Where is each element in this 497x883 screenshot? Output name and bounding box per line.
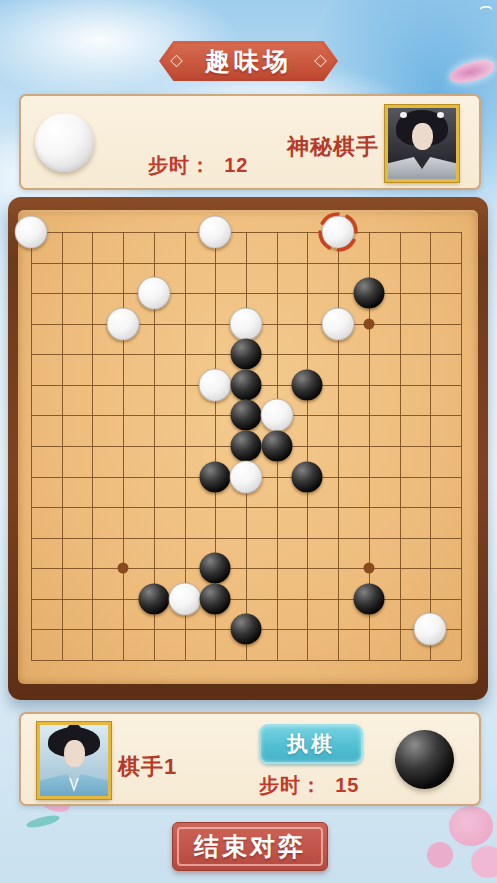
white-stone [260, 399, 293, 432]
grid-line [338, 232, 339, 660]
grid-line [430, 232, 431, 660]
white-stone [199, 368, 232, 401]
black-stone [138, 583, 169, 614]
black-stone [200, 461, 231, 492]
white-stone [230, 307, 263, 340]
black-stone [353, 583, 384, 614]
avatar-face [412, 123, 433, 150]
game-board[interactable] [18, 210, 478, 684]
player-panel: 棋手1 执棋 步时： 15 [19, 712, 481, 806]
player-move-time: 步时： 15 [259, 772, 359, 799]
black-stone [292, 461, 323, 492]
opponent-avatar [385, 105, 459, 182]
hair-ornament-icon [437, 112, 444, 118]
white-stone [199, 216, 232, 249]
grid-line [307, 232, 308, 660]
white-stone [137, 277, 170, 310]
white-stone [15, 216, 48, 249]
grid-line [31, 568, 461, 569]
page-title: 趣味场 [205, 45, 292, 78]
turn-badge-label: 执棋 [287, 730, 335, 758]
white-stone [168, 582, 201, 615]
avatar-face [64, 740, 85, 767]
star-point [363, 563, 374, 574]
grid-line [31, 660, 461, 661]
black-stone [261, 431, 292, 462]
opponent-move-time: 步时： 12 [148, 152, 248, 179]
end-game-button[interactable]: 结束对弈 [172, 822, 328, 871]
grid-line [31, 538, 461, 539]
grid-line [461, 232, 462, 660]
player-avatar [37, 722, 111, 799]
grid-line [31, 599, 461, 600]
black-stone [231, 400, 262, 431]
page-title-banner: 趣味场 [159, 41, 338, 81]
black-stone-icon [395, 730, 454, 789]
black-stone [231, 431, 262, 462]
move-time-value: 12 [224, 154, 248, 176]
grid-line [400, 232, 401, 660]
white-stone [107, 307, 140, 340]
end-game-label: 结束对弈 [194, 830, 306, 863]
black-stone [231, 614, 262, 645]
hair-ornament-icon [400, 112, 407, 118]
white-stone [322, 307, 355, 340]
opponent-name: 神秘棋手 [287, 132, 379, 162]
grid-line [31, 507, 461, 508]
flower-decoration [427, 842, 453, 868]
player-name: 棋手1 [118, 752, 177, 782]
move-time-label: 步时： [259, 774, 322, 796]
banner-diamond-icon [314, 55, 327, 68]
white-stone-icon [35, 113, 94, 172]
board-grid [31, 232, 461, 660]
white-stone [230, 460, 263, 493]
black-stone [292, 369, 323, 400]
bird-icon [480, 6, 492, 13]
black-stone [231, 339, 262, 370]
black-stone [200, 553, 231, 584]
black-stone [353, 278, 384, 309]
flower-decoration [471, 846, 497, 878]
star-point [118, 563, 129, 574]
game-screen: 趣味场 步时： 12 神秘棋手 [0, 0, 497, 883]
move-time-value: 15 [335, 774, 359, 796]
move-time-label: 步时： [148, 154, 211, 176]
leaf-decoration [25, 813, 60, 830]
black-stone [200, 583, 231, 614]
turn-badge[interactable]: 执棋 [259, 724, 363, 764]
opponent-panel: 步时： 12 神秘棋手 [19, 94, 481, 190]
star-point [363, 318, 374, 329]
board-frame [8, 197, 488, 700]
avatar-topknot [67, 724, 81, 734]
flower-decoration [449, 806, 493, 846]
black-stone [231, 369, 262, 400]
white-stone [414, 613, 447, 646]
banner-diamond-icon [170, 55, 183, 68]
white-stone [322, 216, 355, 249]
